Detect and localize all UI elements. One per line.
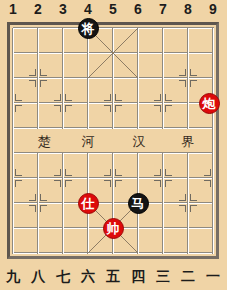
position-marker (29, 194, 47, 212)
position-marker (154, 169, 172, 187)
file-label-top-8: 8 (179, 2, 197, 17)
position-marker-corner (179, 80, 186, 87)
position-marker-corner (179, 194, 186, 201)
position-marker-corner (40, 205, 47, 212)
file-label-top-5: 5 (104, 2, 122, 17)
position-marker (179, 69, 197, 87)
position-marker (104, 169, 122, 187)
position-marker-corner (29, 194, 36, 201)
file-label-bottom-1: 九 (4, 269, 22, 284)
file-label-top-2: 2 (29, 2, 47, 17)
file-label-bottom-2: 八 (29, 269, 47, 284)
position-marker-corner (190, 80, 197, 87)
position-marker-corner (15, 180, 22, 187)
position-marker-corner (179, 205, 186, 212)
piece-red-general[interactable]: 帅 (103, 218, 124, 239)
position-marker-corner (179, 69, 186, 76)
position-marker-corner (54, 180, 61, 187)
river-label-3: 汉 (131, 134, 147, 149)
position-marker (4, 169, 22, 187)
file-label-top-7: 7 (154, 2, 172, 17)
position-marker-corner (65, 105, 72, 112)
position-marker-corner (165, 94, 172, 101)
position-marker-corner (204, 180, 211, 187)
file-label-top-6: 6 (129, 2, 147, 17)
file-label-bottom-3: 七 (54, 269, 72, 284)
position-marker-corner (15, 169, 22, 176)
position-marker-corner (104, 180, 111, 187)
position-marker-corner (54, 94, 61, 101)
file-label-bottom-9: 一 (204, 269, 222, 284)
position-marker-corner (115, 94, 122, 101)
position-marker-corner (104, 105, 111, 112)
position-marker-corner (29, 80, 36, 87)
position-marker-corner (165, 180, 172, 187)
file-label-bottom-5: 五 (104, 269, 122, 284)
position-marker-corner (40, 194, 47, 201)
position-marker-corner (190, 194, 197, 201)
position-marker-corner (40, 80, 47, 87)
piece-black-horse[interactable]: 马 (128, 193, 149, 214)
piece-black-general[interactable]: 将 (78, 18, 99, 39)
position-marker-corner (154, 105, 161, 112)
river-label-1: 楚 (36, 134, 52, 149)
river-label-2: 河 (80, 134, 96, 149)
position-marker-corner (65, 169, 72, 176)
position-marker-corner (154, 94, 161, 101)
file-label-bottom-7: 三 (154, 269, 172, 284)
position-marker-corner (65, 94, 72, 101)
position-marker-corner (190, 205, 197, 212)
position-marker-corner (165, 169, 172, 176)
file-label-bottom-6: 四 (129, 269, 147, 284)
position-marker (54, 169, 72, 187)
position-marker-corner (165, 105, 172, 112)
file-label-bottom-8: 二 (179, 269, 197, 284)
file-label-top-1: 1 (4, 2, 22, 17)
position-marker-corner (154, 180, 161, 187)
xiangqi-app: 123456789九八七六五四三二一楚河汉界将炮仕马帅 (0, 0, 227, 290)
piece-red-cannon[interactable]: 炮 (199, 93, 220, 114)
position-marker-corner (190, 69, 197, 76)
file-label-bottom-4: 六 (79, 269, 97, 284)
river-label-4: 界 (180, 134, 196, 149)
position-marker (4, 94, 22, 112)
position-marker-corner (204, 169, 211, 176)
position-marker (104, 94, 122, 112)
position-marker-corner (29, 69, 36, 76)
position-marker-corner (40, 69, 47, 76)
position-marker-corner (15, 105, 22, 112)
position-marker (154, 94, 172, 112)
position-marker-corner (29, 205, 36, 212)
piece-red-advisor[interactable]: 仕 (78, 193, 99, 214)
position-marker (179, 194, 197, 212)
position-marker (29, 69, 47, 87)
position-marker-corner (104, 94, 111, 101)
file-label-top-9: 9 (204, 2, 222, 17)
position-marker (204, 169, 222, 187)
position-marker-corner (115, 169, 122, 176)
position-marker-corner (115, 180, 122, 187)
file-label-top-4: 4 (79, 2, 97, 17)
position-marker-corner (154, 169, 161, 176)
position-marker-corner (54, 169, 61, 176)
file-label-top-3: 3 (54, 2, 72, 17)
position-marker-corner (115, 105, 122, 112)
position-marker-corner (15, 94, 22, 101)
position-marker-corner (104, 169, 111, 176)
position-marker-corner (65, 180, 72, 187)
position-marker (54, 94, 72, 112)
position-marker-corner (54, 105, 61, 112)
